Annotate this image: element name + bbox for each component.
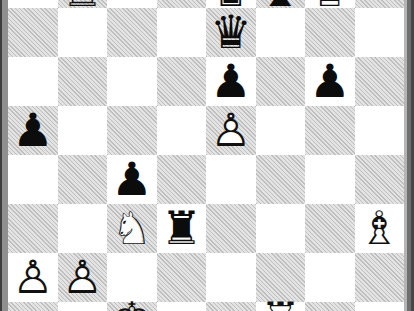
square-d6 [157,57,207,106]
square-d2 [157,253,207,302]
square-b1 [58,302,108,311]
square-e1 [206,302,256,311]
square-c3: ♞ [107,204,157,253]
square-d3: ♜ [157,204,207,253]
piece-black-pawn-g6: ♟ [305,57,355,106]
square-b8: ♜ [58,0,108,8]
square-d5 [157,106,207,155]
square-a6 [8,57,58,106]
square-c1: ♚ [107,302,157,311]
piece-black-pawn-e6: ♟ [206,57,256,106]
square-a5: ♟ [8,106,58,155]
board-border-right [404,0,414,311]
square-f8: ♝ [256,0,306,8]
square-d1 [157,302,207,311]
square-f6 [256,57,306,106]
square-g3 [305,204,355,253]
square-b6 [58,57,108,106]
piece-white-king-c1: ♚ [107,295,157,311]
square-f5 [256,106,306,155]
square-d7 [157,8,207,57]
square-a8 [8,0,58,8]
square-g8: ♛ [305,0,355,8]
square-e2 [206,253,256,302]
square-d8 [157,0,207,8]
square-a1 [8,302,58,311]
piece-black-pawn-c4: ♟ [107,155,157,204]
square-e6: ♟ [206,57,256,106]
square-h5 [355,106,405,155]
square-a4 [8,155,58,204]
chess-board: ♜♚♝♛♛♟♟♟♟♟♞♜♝♟♟♚♜ [8,0,404,311]
square-h6 [355,57,405,106]
piece-black-rook-d3: ♜ [157,204,207,253]
square-c7 [107,8,157,57]
square-c6 [107,57,157,106]
piece-white-pawn-a2: ♟ [8,253,58,302]
square-a2: ♟ [8,253,58,302]
square-c4: ♟ [107,155,157,204]
square-d4 [157,155,207,204]
square-h7 [355,8,405,57]
square-h8 [355,0,405,8]
square-e5: ♟ [206,106,256,155]
piece-black-queen-e7: ♛ [206,8,256,57]
square-f1: ♜ [256,302,306,311]
chess-diagram: ♜♚♝♛♛♟♟♟♟♟♞♜♝♟♟♚♜ [0,0,414,311]
square-g5 [305,106,355,155]
square-f3 [256,204,306,253]
piece-black-pawn-a5: ♟ [8,106,58,155]
piece-white-bishop-h3: ♝ [355,204,405,253]
square-g7 [305,8,355,57]
square-g2 [305,253,355,302]
square-g4 [305,155,355,204]
square-c8 [107,0,157,8]
piece-white-pawn-b2: ♟ [58,253,108,302]
square-f4 [256,155,306,204]
square-e4 [206,155,256,204]
square-h4 [355,155,405,204]
square-b5 [58,106,108,155]
square-b3 [58,204,108,253]
square-g1 [305,302,355,311]
square-h1 [355,302,405,311]
square-f7 [256,8,306,57]
square-b2: ♟ [58,253,108,302]
square-h2 [355,253,405,302]
square-e7: ♛ [206,8,256,57]
piece-white-rook-f1: ♜ [256,295,306,311]
square-c5 [107,106,157,155]
piece-white-pawn-e5: ♟ [206,106,256,155]
square-g6: ♟ [305,57,355,106]
square-b4 [58,155,108,204]
square-a3 [8,204,58,253]
board-border-left [0,0,8,311]
square-a7 [8,8,58,57]
square-e3 [206,204,256,253]
square-b7 [58,8,108,57]
piece-white-knight-c3: ♞ [107,204,157,253]
square-h3: ♝ [355,204,405,253]
